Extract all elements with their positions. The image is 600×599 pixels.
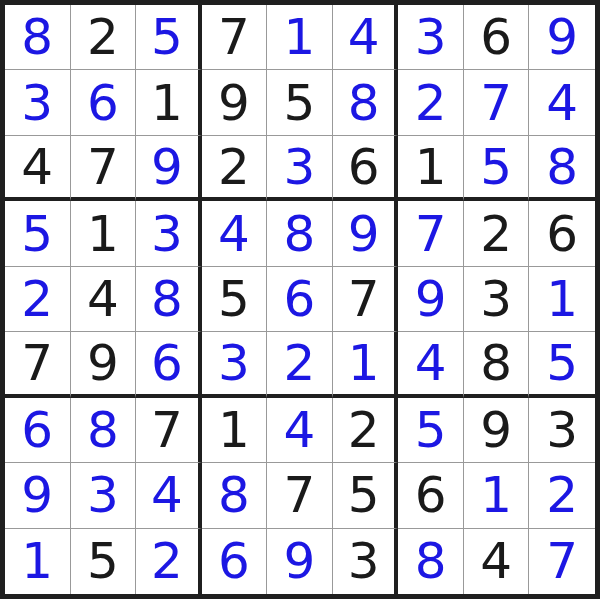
given-digit: 5 — [284, 78, 316, 128]
solved-digit: 6 — [151, 338, 183, 388]
solved-digit: 1 — [480, 470, 512, 520]
solved-digit: 3 — [87, 470, 119, 520]
cell-r9c2[interactable]: 5 — [71, 529, 137, 594]
cell-r2c8[interactable]: 7 — [464, 70, 530, 135]
cell-r6c8[interactable]: 8 — [464, 332, 530, 397]
cell-r4c3[interactable]: 3 — [136, 201, 202, 266]
given-digit: 1 — [151, 78, 183, 128]
given-digit: 1 — [218, 405, 250, 455]
cell-r9c8[interactable]: 4 — [464, 529, 530, 594]
solved-digit: 6 — [218, 536, 250, 586]
solved-digit: 7 — [415, 209, 447, 259]
given-digit: 3 — [480, 274, 512, 324]
solved-digit: 8 — [284, 209, 316, 259]
given-digit: 7 — [21, 338, 53, 388]
cell-r7c5[interactable]: 4 — [267, 398, 333, 463]
solved-digit: 3 — [284, 142, 316, 192]
solved-digit: 4 — [284, 405, 316, 455]
cell-r9c9[interactable]: 7 — [529, 529, 595, 594]
cell-r2c6[interactable]: 8 — [333, 70, 399, 135]
cell-r5c8[interactable]: 3 — [464, 267, 530, 332]
cell-r8c9[interactable]: 2 — [529, 463, 595, 528]
cell-r6c4[interactable]: 3 — [202, 332, 268, 397]
solved-digit: 4 — [415, 338, 447, 388]
solved-digit: 8 — [87, 405, 119, 455]
cell-r7c2[interactable]: 8 — [71, 398, 137, 463]
cell-r5c1[interactable]: 2 — [5, 267, 71, 332]
given-digit: 2 — [348, 405, 380, 455]
cell-r1c5[interactable]: 1 — [267, 5, 333, 70]
cell-r1c1[interactable]: 8 — [5, 5, 71, 70]
cell-r4c7[interactable]: 7 — [398, 201, 464, 266]
cell-r3c2[interactable]: 7 — [71, 136, 137, 201]
cell-r5c6[interactable]: 7 — [333, 267, 399, 332]
cell-r7c8[interactable]: 9 — [464, 398, 530, 463]
solved-digit: 5 — [480, 142, 512, 192]
cell-r6c5[interactable]: 2 — [267, 332, 333, 397]
solved-digit: 2 — [151, 536, 183, 586]
cell-r7c7[interactable]: 5 — [398, 398, 464, 463]
solved-digit: 9 — [21, 470, 53, 520]
cell-r9c3[interactable]: 2 — [136, 529, 202, 594]
cell-r7c6[interactable]: 2 — [333, 398, 399, 463]
cell-r2c4[interactable]: 9 — [202, 70, 268, 135]
cell-r4c2[interactable]: 1 — [71, 201, 137, 266]
cell-r3c3[interactable]: 9 — [136, 136, 202, 201]
cell-r5c7[interactable]: 9 — [398, 267, 464, 332]
cell-r8c5[interactable]: 7 — [267, 463, 333, 528]
solved-digit: 3 — [21, 78, 53, 128]
cell-r6c2[interactable]: 9 — [71, 332, 137, 397]
cell-r4c4[interactable]: 4 — [202, 201, 268, 266]
cell-r6c1[interactable]: 7 — [5, 332, 71, 397]
given-digit: 1 — [415, 142, 447, 192]
given-digit: 2 — [87, 12, 119, 62]
cell-r5c4[interactable]: 5 — [202, 267, 268, 332]
cell-r8c2[interactable]: 3 — [71, 463, 137, 528]
solved-digit: 7 — [480, 78, 512, 128]
cell-r8c7[interactable]: 6 — [398, 463, 464, 528]
cell-r3c9[interactable]: 8 — [529, 136, 595, 201]
cell-r6c7[interactable]: 4 — [398, 332, 464, 397]
solved-digit: 1 — [21, 536, 53, 586]
cell-r8c4[interactable]: 8 — [202, 463, 268, 528]
given-digit: 5 — [218, 274, 250, 324]
given-digit: 4 — [21, 142, 53, 192]
cell-r1c6[interactable]: 4 — [333, 5, 399, 70]
solved-digit: 6 — [21, 405, 53, 455]
given-digit: 7 — [284, 470, 316, 520]
solved-digit: 7 — [546, 536, 578, 586]
solved-digit: 9 — [415, 274, 447, 324]
cell-r6c6[interactable]: 1 — [333, 332, 399, 397]
cell-r4c9[interactable]: 6 — [529, 201, 595, 266]
solved-digit: 9 — [151, 142, 183, 192]
cell-r9c4[interactable]: 6 — [202, 529, 268, 594]
solved-digit: 5 — [415, 405, 447, 455]
solved-digit: 9 — [284, 536, 316, 586]
cell-r8c1[interactable]: 9 — [5, 463, 71, 528]
cell-r6c3[interactable]: 6 — [136, 332, 202, 397]
sudoku-board: 8257143693619582744792361585134897262485… — [0, 0, 600, 599]
cell-r3c6[interactable]: 6 — [333, 136, 399, 201]
cell-r4c1[interactable]: 5 — [5, 201, 71, 266]
solved-digit: 8 — [415, 536, 447, 586]
given-digit: 3 — [546, 405, 578, 455]
given-digit: 7 — [87, 142, 119, 192]
cell-r2c2[interactable]: 6 — [71, 70, 137, 135]
given-digit: 5 — [87, 536, 119, 586]
solved-digit: 9 — [546, 12, 578, 62]
solved-digit: 3 — [415, 12, 447, 62]
cell-r4c5[interactable]: 8 — [267, 201, 333, 266]
given-digit: 9 — [218, 78, 250, 128]
solved-digit: 5 — [546, 338, 578, 388]
solved-digit: 2 — [546, 470, 578, 520]
given-digit: 1 — [87, 209, 119, 259]
solved-digit: 8 — [21, 12, 53, 62]
solved-digit: 6 — [87, 78, 119, 128]
solved-digit: 8 — [218, 470, 250, 520]
cell-r9c1[interactable]: 1 — [5, 529, 71, 594]
cell-r4c8[interactable]: 2 — [464, 201, 530, 266]
cell-r7c9[interactable]: 3 — [529, 398, 595, 463]
cell-r7c3[interactable]: 7 — [136, 398, 202, 463]
cell-r9c5[interactable]: 9 — [267, 529, 333, 594]
solved-digit: 3 — [218, 338, 250, 388]
cell-r8c8[interactable]: 1 — [464, 463, 530, 528]
given-digit: 6 — [546, 209, 578, 259]
given-digit: 6 — [480, 12, 512, 62]
cell-r1c3[interactable]: 5 — [136, 5, 202, 70]
given-digit: 9 — [87, 338, 119, 388]
solved-digit: 5 — [21, 209, 53, 259]
cell-r3c4[interactable]: 2 — [202, 136, 268, 201]
given-digit: 7 — [348, 274, 380, 324]
given-digit: 2 — [480, 209, 512, 259]
solved-digit: 8 — [348, 78, 380, 128]
given-digit: 3 — [348, 536, 380, 586]
cell-r2c5[interactable]: 5 — [267, 70, 333, 135]
cell-r2c3[interactable]: 1 — [136, 70, 202, 135]
solved-digit: 9 — [348, 209, 380, 259]
solved-digit: 1 — [348, 338, 380, 388]
cell-r3c7[interactable]: 1 — [398, 136, 464, 201]
cell-r1c4[interactable]: 7 — [202, 5, 268, 70]
cell-r6c9[interactable]: 5 — [529, 332, 595, 397]
solved-digit: 8 — [546, 142, 578, 192]
solved-digit: 3 — [151, 209, 183, 259]
cell-r5c2[interactable]: 4 — [71, 267, 137, 332]
solved-digit: 5 — [151, 12, 183, 62]
solved-digit: 1 — [284, 12, 316, 62]
cell-r5c9[interactable]: 1 — [529, 267, 595, 332]
given-digit: 5 — [348, 470, 380, 520]
solved-digit: 4 — [218, 209, 250, 259]
solved-digit: 4 — [151, 470, 183, 520]
cell-r5c5[interactable]: 6 — [267, 267, 333, 332]
solved-digit: 8 — [151, 274, 183, 324]
solved-digit: 4 — [546, 78, 578, 128]
solved-digit: 2 — [415, 78, 447, 128]
cell-r1c2[interactable]: 2 — [71, 5, 137, 70]
cell-r9c6[interactable]: 3 — [333, 529, 399, 594]
cell-r8c6[interactable]: 5 — [333, 463, 399, 528]
given-digit: 2 — [218, 142, 250, 192]
given-digit: 8 — [480, 338, 512, 388]
cell-r3c5[interactable]: 3 — [267, 136, 333, 201]
cell-r2c7[interactable]: 2 — [398, 70, 464, 135]
cell-r2c9[interactable]: 4 — [529, 70, 595, 135]
given-digit: 6 — [415, 470, 447, 520]
solved-digit: 6 — [284, 274, 316, 324]
given-digit: 4 — [480, 536, 512, 586]
cell-r9c7[interactable]: 8 — [398, 529, 464, 594]
given-digit: 6 — [348, 142, 380, 192]
cell-r7c4[interactable]: 1 — [202, 398, 268, 463]
cell-r2c1[interactable]: 3 — [5, 70, 71, 135]
solved-digit: 1 — [546, 274, 578, 324]
given-digit: 4 — [87, 274, 119, 324]
solved-digit: 2 — [21, 274, 53, 324]
cell-r1c8[interactable]: 6 — [464, 5, 530, 70]
cell-r4c6[interactable]: 9 — [333, 201, 399, 266]
given-digit: 9 — [480, 405, 512, 455]
cell-r5c3[interactable]: 8 — [136, 267, 202, 332]
cell-r3c1[interactable]: 4 — [5, 136, 71, 201]
cell-r8c3[interactable]: 4 — [136, 463, 202, 528]
cell-r3c8[interactable]: 5 — [464, 136, 530, 201]
cell-r7c1[interactable]: 6 — [5, 398, 71, 463]
cell-r1c7[interactable]: 3 — [398, 5, 464, 70]
given-digit: 7 — [218, 12, 250, 62]
given-digit: 7 — [151, 405, 183, 455]
solved-digit: 2 — [284, 338, 316, 388]
solved-digit: 4 — [348, 12, 380, 62]
cell-r1c9[interactable]: 9 — [529, 5, 595, 70]
